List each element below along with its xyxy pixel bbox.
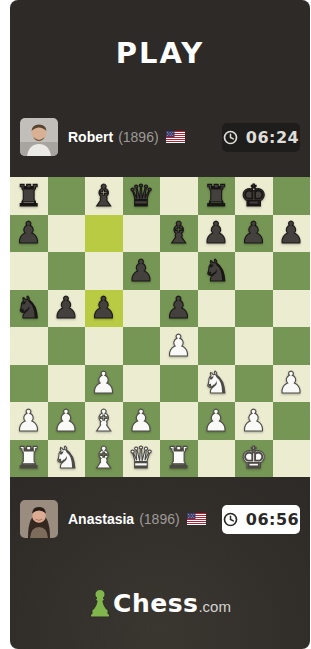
avatar-robert[interactable]	[20, 118, 58, 156]
square-b4[interactable]	[48, 327, 86, 365]
player-bar-bottom: Anastasia (1896)	[10, 500, 310, 538]
square-c4[interactable]	[85, 327, 123, 365]
square-c6[interactable]	[85, 252, 123, 290]
piece-white-pawn[interactable]: ♟	[53, 406, 80, 436]
square-d5[interactable]	[123, 290, 161, 328]
square-b3[interactable]	[48, 365, 86, 403]
square-a1[interactable]: ♜	[10, 440, 48, 478]
piece-black-pawn[interactable]: ♟	[15, 218, 42, 248]
square-d2[interactable]: ♟	[123, 402, 161, 440]
square-d6[interactable]: ♟	[123, 252, 161, 290]
square-f6[interactable]: ♞	[198, 252, 236, 290]
square-d3[interactable]	[123, 365, 161, 403]
piece-black-pawn[interactable]: ♟	[165, 293, 192, 323]
player-info-top: Robert (1896)	[68, 129, 185, 145]
piece-white-pawn[interactable]: ♟	[278, 368, 305, 398]
square-g4[interactable]	[235, 327, 273, 365]
clock-icon	[223, 512, 238, 527]
square-c8[interactable]: ♝	[85, 177, 123, 215]
square-a3[interactable]	[10, 365, 48, 403]
piece-black-pawn[interactable]: ♟	[128, 256, 155, 286]
square-c1[interactable]: ♝	[85, 440, 123, 478]
square-e5[interactable]: ♟	[160, 290, 198, 328]
app-screen: PLAY Robert (1896)	[10, 0, 310, 649]
piece-white-pawn[interactable]: ♟	[90, 368, 117, 398]
square-g2[interactable]: ♟	[235, 402, 273, 440]
square-b1[interactable]: ♞	[48, 440, 86, 478]
square-a4[interactable]	[10, 327, 48, 365]
square-a7[interactable]: ♟	[10, 215, 48, 253]
square-f5[interactable]	[198, 290, 236, 328]
piece-white-rook[interactable]: ♜	[165, 443, 192, 473]
square-g5[interactable]	[235, 290, 273, 328]
square-f4[interactable]	[198, 327, 236, 365]
piece-black-knight[interactable]: ♞	[203, 256, 230, 286]
square-d7[interactable]	[123, 215, 161, 253]
piece-white-king[interactable]: ♚	[240, 443, 267, 473]
piece-white-pawn[interactable]: ♟	[15, 406, 42, 436]
square-h6[interactable]	[273, 252, 311, 290]
brand-text: Chess	[113, 589, 198, 618]
square-d8[interactable]: ♛	[123, 177, 161, 215]
square-h4[interactable]	[273, 327, 311, 365]
player-bar-top: Robert (1896)	[10, 118, 310, 156]
square-a6[interactable]	[10, 252, 48, 290]
square-b2[interactable]: ♟	[48, 402, 86, 440]
player-rating-top: (1896)	[118, 129, 158, 145]
square-d4[interactable]	[123, 327, 161, 365]
square-g6[interactable]	[235, 252, 273, 290]
piece-black-knight[interactable]: ♞	[15, 293, 42, 323]
square-a8[interactable]: ♜	[10, 177, 48, 215]
square-e4[interactable]: ♟	[160, 327, 198, 365]
piece-white-rook[interactable]: ♜	[15, 443, 42, 473]
square-h5[interactable]	[273, 290, 311, 328]
square-g1[interactable]: ♚	[235, 440, 273, 478]
piece-black-bishop[interactable]: ♝	[90, 181, 117, 211]
piece-black-queen[interactable]: ♛	[128, 181, 155, 211]
clock-time-bottom: 06:56	[246, 510, 299, 529]
piece-black-pawn[interactable]: ♟	[53, 293, 80, 323]
chess-board: ♜♝♛♜♚♟♝♟♟♟♟♞♞♟♟♟♟♟♞♟♟♟♝♟♟♟♜♞♝♛♜♚	[10, 177, 310, 477]
square-b5[interactable]: ♟	[48, 290, 86, 328]
piece-black-pawn[interactable]: ♟	[240, 218, 267, 248]
piece-black-pawn[interactable]: ♟	[278, 218, 305, 248]
piece-black-pawn[interactable]: ♟	[90, 293, 117, 323]
clock-time-top: 06:24	[246, 128, 299, 147]
piece-black-bishop[interactable]: ♝	[165, 218, 192, 248]
square-e1[interactable]: ♜	[160, 440, 198, 478]
square-h3[interactable]: ♟	[273, 365, 311, 403]
square-e8[interactable]	[160, 177, 198, 215]
square-f2[interactable]: ♟	[198, 402, 236, 440]
clock-top: 06:24	[222, 123, 300, 152]
square-g8[interactable]: ♚	[235, 177, 273, 215]
piece-white-pawn[interactable]: ♟	[203, 406, 230, 436]
square-a5[interactable]: ♞	[10, 290, 48, 328]
piece-black-pawn[interactable]: ♟	[203, 218, 230, 248]
square-f3[interactable]: ♞	[198, 365, 236, 403]
avatar-anastasia[interactable]	[20, 500, 58, 538]
piece-white-knight[interactable]: ♞	[203, 368, 230, 398]
piece-white-pawn[interactable]: ♟	[165, 331, 192, 361]
square-h7[interactable]: ♟	[273, 215, 311, 253]
pawn-icon	[89, 588, 111, 618]
piece-black-king[interactable]: ♚	[240, 181, 267, 211]
piece-white-pawn[interactable]: ♟	[128, 406, 155, 436]
square-g3[interactable]	[235, 365, 273, 403]
square-b7[interactable]	[48, 215, 86, 253]
piece-black-rook[interactable]: ♜	[203, 181, 230, 211]
page-title: PLAY	[116, 36, 204, 70]
square-e3[interactable]	[160, 365, 198, 403]
us-flag-icon	[166, 131, 185, 143]
square-e2[interactable]	[160, 402, 198, 440]
square-h1[interactable]	[273, 440, 311, 478]
piece-white-queen[interactable]: ♛	[128, 443, 155, 473]
square-g7[interactable]: ♟	[235, 215, 273, 253]
player-rating-bottom: (1896)	[139, 511, 179, 527]
square-b8[interactable]	[48, 177, 86, 215]
piece-white-pawn[interactable]: ♟	[240, 406, 267, 436]
clock-icon	[223, 130, 238, 145]
square-f7[interactable]: ♟	[198, 215, 236, 253]
square-a2[interactable]: ♟	[10, 402, 48, 440]
square-c7[interactable]	[85, 215, 123, 253]
piece-white-bishop[interactable]: ♝	[90, 443, 117, 473]
player-name-bottom[interactable]: Anastasia	[68, 511, 134, 527]
brand-tld: .com	[198, 598, 231, 615]
square-c2[interactable]: ♝	[85, 402, 123, 440]
piece-white-bishop[interactable]: ♝	[90, 406, 117, 436]
footer: Chess .com	[10, 588, 310, 618]
clock-bottom: 06:56	[222, 505, 300, 534]
header: PLAY	[10, 0, 310, 70]
us-flag-icon	[187, 513, 206, 525]
square-h2[interactable]	[273, 402, 311, 440]
square-e7[interactable]: ♝	[160, 215, 198, 253]
square-d1[interactable]: ♛	[123, 440, 161, 478]
square-c5[interactable]: ♟	[85, 290, 123, 328]
player-name-top[interactable]: Robert	[68, 129, 113, 145]
square-h8[interactable]	[273, 177, 311, 215]
square-f1[interactable]	[198, 440, 236, 478]
player-info-bottom: Anastasia (1896)	[68, 511, 206, 527]
square-e6[interactable]	[160, 252, 198, 290]
square-f8[interactable]: ♜	[198, 177, 236, 215]
piece-black-rook[interactable]: ♜	[15, 181, 42, 211]
square-c3[interactable]: ♟	[85, 365, 123, 403]
piece-white-knight[interactable]: ♞	[53, 443, 80, 473]
chesscom-logo[interactable]: Chess .com	[89, 588, 231, 618]
square-b6[interactable]	[48, 252, 86, 290]
